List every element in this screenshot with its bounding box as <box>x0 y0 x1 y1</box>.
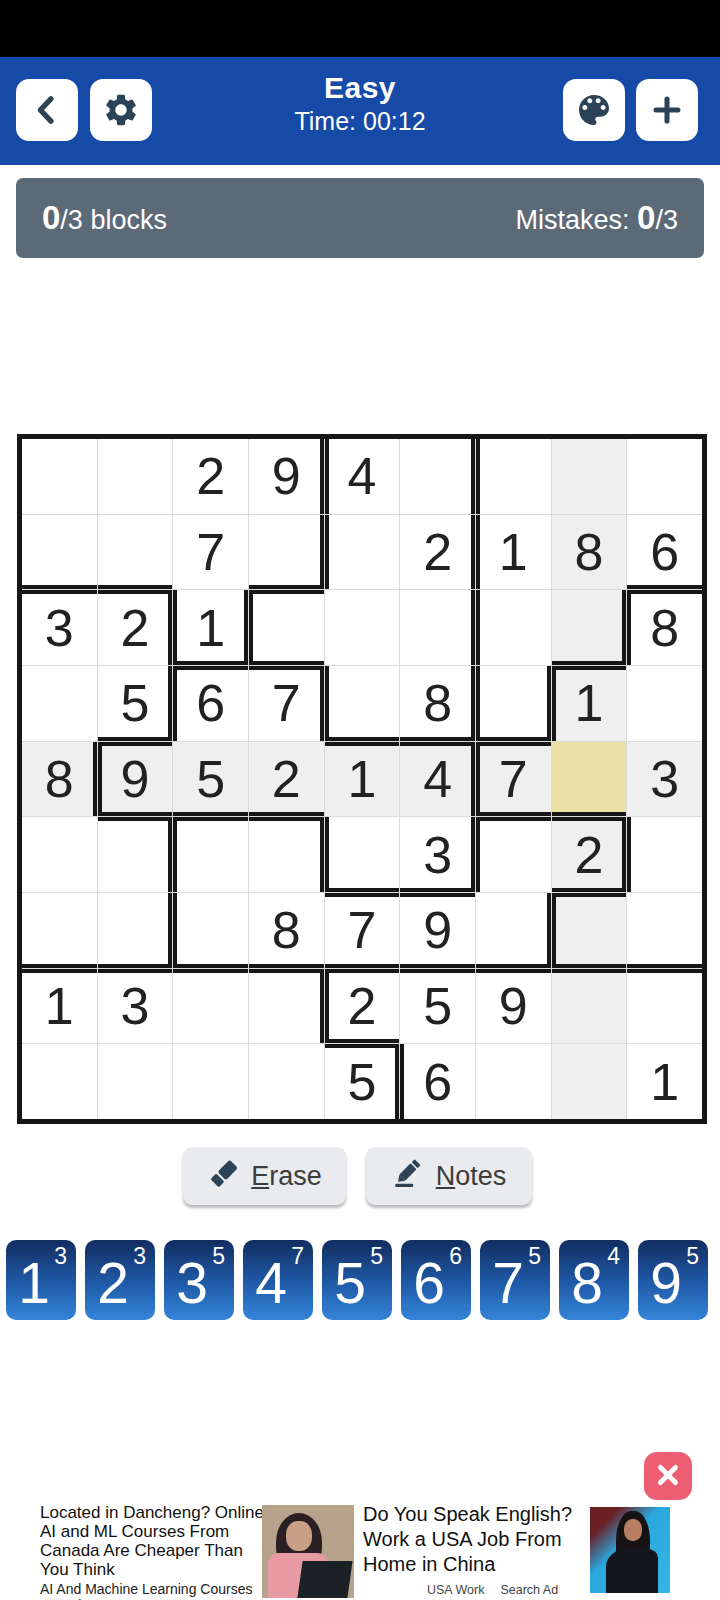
notes-button[interactable]: Notes <box>366 1147 532 1205</box>
cell-r3c8[interactable] <box>552 590 627 665</box>
cell-r9c9[interactable]: 1 <box>627 1044 702 1119</box>
numpad-key-4[interactable]: 47 <box>243 1240 313 1320</box>
numpad-remaining-count: 5 <box>686 1243 699 1270</box>
cell-r1c8[interactable] <box>552 439 627 514</box>
erase-button[interactable]: Erase <box>183 1147 346 1205</box>
cell-r1c5[interactable]: 4 <box>325 439 400 514</box>
cell-r2c9[interactable]: 6 <box>627 515 702 590</box>
cell-r5c9[interactable]: 3 <box>627 742 702 817</box>
ad-left-headline[interactable]: Located in Dancheng? Online AI and ML Co… <box>40 1503 266 1579</box>
number-pad: 132335475566758495 <box>6 1240 716 1320</box>
pencil-icon <box>392 1156 426 1197</box>
ad-tags: USA Work Search Ad <box>427 1583 587 1597</box>
numpad-remaining-count: 3 <box>54 1243 67 1270</box>
cell-r2c2[interactable] <box>98 515 173 590</box>
numpad-remaining-count: 5 <box>370 1243 383 1270</box>
cell-r3c9[interactable]: 8 <box>627 590 702 665</box>
cell-r4c1[interactable] <box>22 666 97 741</box>
cell-r2c3[interactable]: 7 <box>173 515 248 590</box>
cell-r4c4[interactable]: 7 <box>249 666 324 741</box>
cell-r1c1[interactable] <box>22 439 97 514</box>
cell-r5c6[interactable]: 4 <box>400 742 475 817</box>
cell-r2c1[interactable] <box>22 515 97 590</box>
cell-r8c3[interactable] <box>173 969 248 1044</box>
cell-r9c4[interactable] <box>249 1044 324 1119</box>
cell-r9c5[interactable]: 5 <box>325 1044 400 1119</box>
ad-image-left[interactable] <box>262 1505 354 1598</box>
cell-r6c1[interactable] <box>22 817 97 892</box>
cell-r2c7[interactable]: 1 <box>476 515 551 590</box>
palette-icon <box>574 90 614 130</box>
ad-image-right[interactable] <box>590 1507 670 1593</box>
progress-bar: 0/3 blocks Mistakes: 0/3 <box>16 178 704 258</box>
cell-r5c7[interactable]: 7 <box>476 742 551 817</box>
cell-r2c6[interactable]: 2 <box>400 515 475 590</box>
cell-r7c2[interactable] <box>98 893 173 968</box>
numpad-remaining-count: 6 <box>449 1243 462 1270</box>
ad-selfie-top <box>606 1549 658 1593</box>
cell-r7c8[interactable] <box>552 893 627 968</box>
cell-r1c4[interactable]: 9 <box>249 439 324 514</box>
cell-r5c2[interactable]: 9 <box>98 742 173 817</box>
cell-r5c1[interactable]: 8 <box>22 742 97 817</box>
plus-icon <box>648 91 686 129</box>
cell-r6c6[interactable]: 3 <box>400 817 475 892</box>
blocks-done-value: 0 <box>42 199 60 236</box>
cell-r6c2[interactable] <box>98 817 173 892</box>
numpad-remaining-count: 4 <box>607 1243 620 1270</box>
ad-left-subtext: AI And Machine Learning Courses Canada <box>40 1581 270 1600</box>
cell-r1c7[interactable] <box>476 439 551 514</box>
theme-button[interactable] <box>563 79 625 141</box>
close-icon <box>653 1460 683 1493</box>
cell-r8c2[interactable]: 3 <box>98 969 173 1044</box>
numpad-key-3[interactable]: 35 <box>164 1240 234 1320</box>
cell-r5c8[interactable] <box>552 742 627 817</box>
cell-r4c3[interactable]: 6 <box>173 666 248 741</box>
cell-r7c7[interactable] <box>476 893 551 968</box>
cell-r4c6[interactable]: 8 <box>400 666 475 741</box>
numpad-key-9[interactable]: 95 <box>638 1240 708 1320</box>
ad-selfie-face <box>624 1519 642 1541</box>
cell-r5c3[interactable]: 5 <box>173 742 248 817</box>
numpad-remaining-count: 5 <box>212 1243 225 1270</box>
cell-r3c6[interactable] <box>400 590 475 665</box>
cell-r4c8[interactable]: 1 <box>552 666 627 741</box>
cell-r5c5[interactable]: 1 <box>325 742 400 817</box>
cell-r1c6[interactable] <box>400 439 475 514</box>
cell-r6c4[interactable] <box>249 817 324 892</box>
cell-r1c2[interactable] <box>98 439 173 514</box>
cell-r6c3[interactable] <box>173 817 248 892</box>
cell-r6c9[interactable] <box>627 817 702 892</box>
numpad-key-5[interactable]: 55 <box>322 1240 392 1320</box>
cell-r9c1[interactable] <box>22 1044 97 1119</box>
cell-r2c8[interactable]: 8 <box>552 515 627 590</box>
ad-banner[interactable]: Located in Dancheng? Online AI and ML Co… <box>0 1440 720 1600</box>
cell-r4c7[interactable] <box>476 666 551 741</box>
cell-r5c4[interactable]: 2 <box>249 742 324 817</box>
cell-r4c5[interactable] <box>325 666 400 741</box>
cell-r8c5[interactable]: 2 <box>325 969 400 1044</box>
tool-row: Erase Notes <box>0 1147 720 1205</box>
ad-figure-laptop <box>297 1561 352 1598</box>
mistakes-done-value: 0 <box>637 199 655 236</box>
cell-r8c1[interactable]: 1 <box>22 969 97 1044</box>
ad-tag-type: Search Ad <box>500 1583 558 1597</box>
cell-r2c5[interactable] <box>325 515 400 590</box>
cell-r3c4[interactable] <box>249 590 324 665</box>
cell-r1c3[interactable]: 2 <box>173 439 248 514</box>
cell-r7c6[interactable]: 9 <box>400 893 475 968</box>
cell-r9c8[interactable] <box>552 1044 627 1119</box>
cell-r8c9[interactable] <box>627 969 702 1044</box>
cell-r9c7[interactable] <box>476 1044 551 1119</box>
cell-r6c7[interactable] <box>476 817 551 892</box>
cell-r3c3[interactable]: 1 <box>173 590 248 665</box>
cell-r9c3[interactable] <box>173 1044 248 1119</box>
numpad-key-2[interactable]: 23 <box>85 1240 155 1320</box>
app-header: Easy Time: 00:12 <box>0 57 720 165</box>
ad-right-headline[interactable]: Do You Speak English? Work a USA Job Fro… <box>363 1502 573 1577</box>
cell-r4c2[interactable]: 5 <box>98 666 173 741</box>
numpad-key-8[interactable]: 84 <box>559 1240 629 1320</box>
cell-r7c9[interactable] <box>627 893 702 968</box>
numpad-key-6[interactable]: 66 <box>401 1240 471 1320</box>
cell-r2c4[interactable] <box>249 515 324 590</box>
cell-r7c4[interactable]: 8 <box>249 893 324 968</box>
numpad-key-1[interactable]: 13 <box>6 1240 76 1320</box>
numpad-remaining-count: 7 <box>291 1243 304 1270</box>
cell-r8c4[interactable] <box>249 969 324 1044</box>
eraser-icon <box>207 1156 241 1197</box>
ad-tag-advertiser: USA Work <box>427 1583 484 1597</box>
cell-r3c5[interactable] <box>325 590 400 665</box>
cell-r8c6[interactable]: 5 <box>400 969 475 1044</box>
cell-r4c9[interactable] <box>627 666 702 741</box>
new-game-button[interactable] <box>636 79 698 141</box>
ad-close-button[interactable] <box>644 1452 692 1500</box>
blocks-counter: 0/3 blocks <box>42 199 167 237</box>
cell-r6c8[interactable]: 2 <box>552 817 627 892</box>
cell-r7c3[interactable] <box>173 893 248 968</box>
numpad-key-7[interactable]: 75 <box>480 1240 550 1320</box>
cell-r1c9[interactable] <box>627 439 702 514</box>
cell-r7c5[interactable]: 7 <box>325 893 400 968</box>
cell-r9c2[interactable] <box>98 1044 173 1119</box>
mistakes-counter: Mistakes: 0/3 <box>516 199 678 237</box>
ad-figure-face <box>286 1521 312 1551</box>
cell-r3c1[interactable]: 3 <box>22 590 97 665</box>
cell-r3c2[interactable]: 2 <box>98 590 173 665</box>
cell-r8c7[interactable]: 9 <box>476 969 551 1044</box>
cell-r6c5[interactable] <box>325 817 400 892</box>
status-bar <box>0 0 720 57</box>
numpad-remaining-count: 5 <box>528 1243 541 1270</box>
cell-r9c6[interactable]: 6 <box>400 1044 475 1119</box>
cell-r3c7[interactable] <box>476 590 551 665</box>
cell-r7c1[interactable] <box>22 893 97 968</box>
numpad-remaining-count: 3 <box>133 1243 146 1270</box>
sudoku-board: 29472186321856781895214733287913259561 <box>17 434 707 1124</box>
cell-r8c8[interactable] <box>552 969 627 1044</box>
